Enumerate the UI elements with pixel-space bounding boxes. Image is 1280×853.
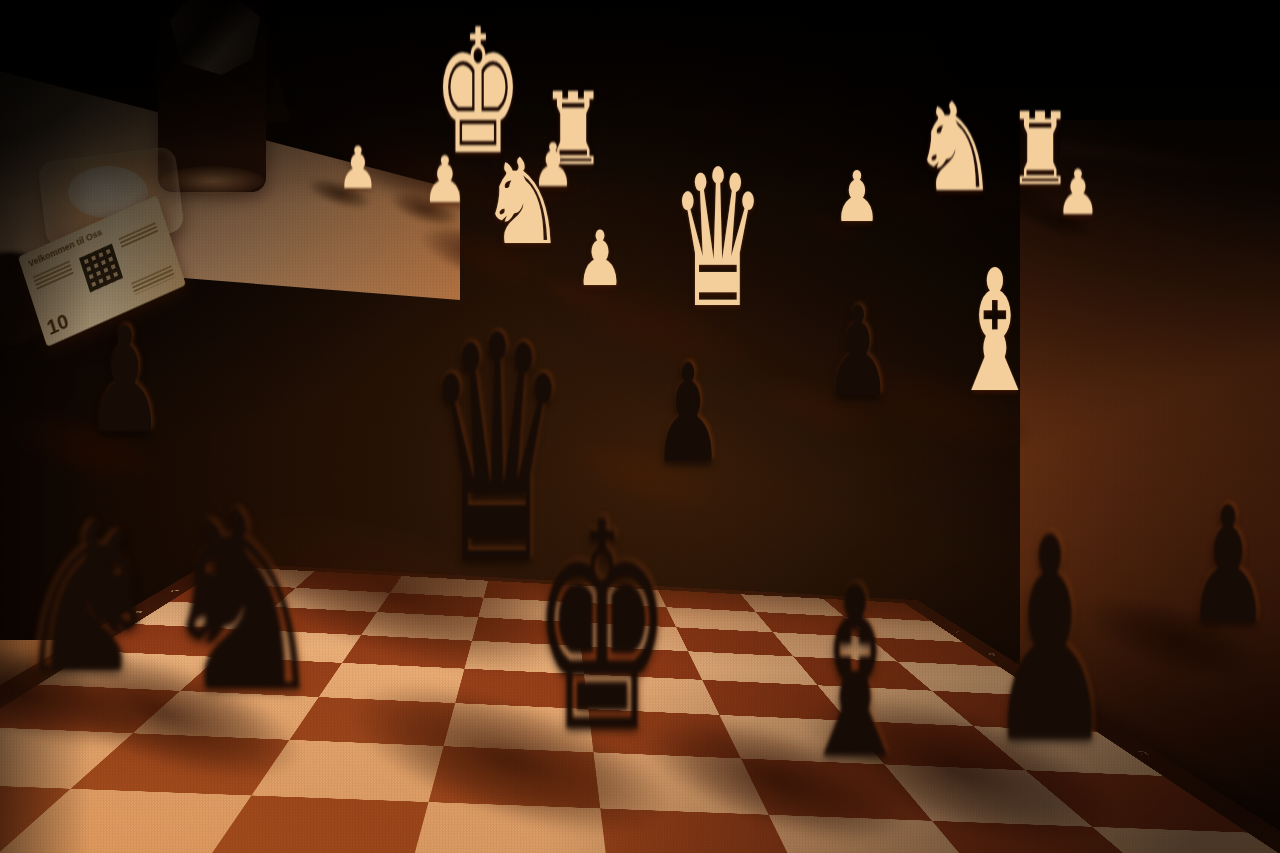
white-bishop-g4: ♝ xyxy=(950,248,1040,416)
black-pawn-g2: ♟ xyxy=(987,501,1113,783)
card-small-text-bottom xyxy=(131,265,175,294)
white-pawn-f6: ♟ xyxy=(833,162,880,232)
black-bishop-g1: ♝ xyxy=(794,556,916,791)
black-pawn-f3: ♟ xyxy=(825,290,892,414)
white-pawn-d5: ♟ xyxy=(575,221,624,297)
white-knight-c6: ♞ xyxy=(480,143,567,261)
white-knight-g7: ♞ xyxy=(911,87,999,209)
captured-black-pawn: ♟ xyxy=(258,64,297,137)
black-pawn-h3: ♟ xyxy=(1186,485,1270,647)
ice-cubes xyxy=(164,0,260,82)
white-queen-e5: ♛ xyxy=(670,145,765,335)
chess-photo-scene: { "game": "chess", "scene_title": "Chess… xyxy=(0,0,1280,853)
square xyxy=(1092,827,1280,853)
black-knight-b1: ♞ xyxy=(10,497,166,702)
square xyxy=(408,802,609,853)
rank-label-right: 7 xyxy=(951,630,963,634)
black-pawn-a3: ♟ xyxy=(86,307,165,453)
black-knight-c1: ♞ xyxy=(154,478,332,726)
white-pawn-h7: ♟ xyxy=(1056,162,1099,224)
black-king-e1: ♚ xyxy=(531,485,673,773)
rank-label-right: 3 xyxy=(1133,749,1153,757)
card-small-text-right xyxy=(119,222,159,248)
card-number: 10 xyxy=(44,310,71,341)
white-pawn-b7: ♟ xyxy=(423,148,468,212)
white-pawn-a7: ♟ xyxy=(338,139,379,197)
qr-code xyxy=(79,244,123,293)
